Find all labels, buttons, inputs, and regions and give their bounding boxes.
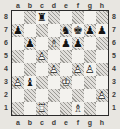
square-e6[interactable]: ♟ [60, 37, 72, 50]
file-label-e-bottom: e [60, 118, 72, 127]
rank-label-5-right: 5 [109, 49, 119, 62]
square-b8[interactable] [24, 11, 36, 24]
rank-labels-right: 87654321 [109, 10, 119, 116]
square-h4[interactable] [96, 63, 108, 76]
square-a4[interactable] [12, 63, 24, 76]
black-pawn: ♟ [97, 24, 107, 37]
rank-label-2-left: 2 [1, 88, 11, 101]
square-a6[interactable] [12, 37, 24, 50]
square-a5[interactable] [12, 50, 24, 63]
file-label-d-bottom: d [48, 118, 60, 127]
square-b1[interactable] [24, 102, 36, 115]
file-label-a-bottom: a [12, 118, 24, 127]
corner-spacer [108, 1, 118, 10]
black-pawn: ♟ [73, 37, 83, 50]
black-king: ♚ [73, 24, 83, 37]
rank-label-8-left: 8 [1, 10, 11, 23]
file-label-f-top: f [72, 1, 84, 10]
square-e7[interactable]: ♞ [60, 24, 72, 37]
white-pawn: ♟♙ [85, 63, 95, 76]
white-pawn: ♟♙ [37, 50, 47, 63]
rank-label-7-left: 7 [1, 23, 11, 36]
corner-spacer [2, 1, 12, 10]
black-bishop: ♝ [25, 76, 35, 89]
file-label-e-top: e [60, 1, 72, 10]
black-pawn: ♟ [61, 37, 71, 50]
rank-label-6-right: 6 [109, 36, 119, 49]
rank-label-8-right: 8 [109, 10, 119, 23]
black-pawn: ♟ [85, 24, 95, 37]
file-label-g-bottom: g [84, 118, 96, 127]
square-g8[interactable] [84, 11, 96, 24]
rank-label-3-left: 3 [1, 75, 11, 88]
square-c5[interactable]: ♟♙ [36, 50, 48, 63]
rank-label-6-left: 6 [1, 36, 11, 49]
square-f4[interactable]: ♟♙ [72, 63, 84, 76]
square-h5[interactable] [96, 50, 108, 63]
square-e4[interactable] [60, 63, 72, 76]
square-c2[interactable] [36, 89, 48, 102]
square-e3[interactable]: ♚♔ [60, 76, 72, 89]
square-g2[interactable] [84, 89, 96, 102]
square-d1[interactable] [48, 102, 60, 115]
corner-spacer [108, 116, 118, 128]
square-h2[interactable]: ♟♙ [96, 89, 108, 102]
white-bishop: ♝♗ [49, 37, 59, 50]
square-c6[interactable] [36, 37, 48, 50]
chess-diagram: abcdefgh 87654321 ♜♟♞♚♟♟♟♝♗♟♟♟♙♟♙♟♙♟♙♟♙♝… [1, 0, 119, 128]
white-pawn: ♟♙ [73, 63, 83, 76]
file-labels-top: abcdefgh [2, 1, 118, 10]
square-f1[interactable]: ♝♗ [72, 102, 84, 115]
white-pawn: ♟♙ [49, 63, 59, 76]
square-d2[interactable] [48, 89, 60, 102]
file-label-h-top: h [96, 1, 108, 10]
file-label-h-bottom: h [96, 118, 108, 127]
black-knight: ♞ [61, 24, 71, 37]
file-label-b-bottom: b [24, 118, 36, 127]
rank-label-4-right: 4 [109, 62, 119, 75]
square-a8[interactable] [12, 11, 24, 24]
white-pawn: ♟♙ [97, 89, 107, 102]
file-labels-bottom: abcdefgh [2, 116, 118, 128]
rank-label-2-right: 2 [109, 88, 119, 101]
square-c3[interactable] [36, 76, 48, 89]
rank-label-1-right: 1 [109, 101, 119, 114]
square-e1[interactable] [60, 102, 72, 115]
rank-label-5-left: 5 [1, 49, 11, 62]
chess-board: ♜♟♞♚♟♟♟♝♗♟♟♟♙♟♙♟♙♟♙♟♙♝♚♔♟♙♜♖♝♗ [11, 10, 109, 116]
square-d3[interactable] [48, 76, 60, 89]
square-b6[interactable]: ♟ [24, 37, 36, 50]
square-e8[interactable] [60, 11, 72, 24]
white-pawn: ♟♙ [13, 76, 23, 89]
corner-spacer [2, 116, 12, 128]
square-d7[interactable] [48, 24, 60, 37]
square-d6[interactable]: ♝♗ [48, 37, 60, 50]
white-bishop: ♝♗ [73, 102, 83, 115]
rank-labels-left: 87654321 [1, 10, 11, 116]
square-g7[interactable]: ♟ [84, 24, 96, 37]
rank-label-3-right: 3 [109, 75, 119, 88]
square-c7[interactable] [36, 24, 48, 37]
file-label-c-top: c [36, 1, 48, 10]
square-b4[interactable] [24, 63, 36, 76]
square-h8[interactable] [96, 11, 108, 24]
square-b7[interactable] [24, 24, 36, 37]
file-label-a-top: a [12, 1, 24, 10]
black-pawn: ♟ [25, 37, 35, 50]
square-f7[interactable]: ♚ [72, 24, 84, 37]
square-g5[interactable] [84, 50, 96, 63]
file-label-c-bottom: c [36, 118, 48, 127]
square-h7[interactable]: ♟ [96, 24, 108, 37]
black-pawn: ♟ [13, 24, 23, 37]
square-h6[interactable] [96, 37, 108, 50]
square-d5[interactable] [48, 50, 60, 63]
square-a3[interactable]: ♟♙ [12, 76, 24, 89]
square-b3[interactable]: ♝ [24, 76, 36, 89]
square-d4[interactable]: ♟♙ [48, 63, 60, 76]
square-f8[interactable] [72, 11, 84, 24]
square-g3[interactable] [84, 76, 96, 89]
square-b5[interactable] [24, 50, 36, 63]
square-c8[interactable]: ♜ [36, 11, 48, 24]
board-middle-band: 87654321 ♜♟♞♚♟♟♟♝♗♟♟♟♙♟♙♟♙♟♙♟♙♝♚♔♟♙♜♖♝♗ … [1, 10, 119, 116]
file-label-d-top: d [48, 1, 60, 10]
square-g1[interactable] [84, 102, 96, 115]
square-e2[interactable] [60, 89, 72, 102]
white-rook: ♜♖ [37, 102, 47, 115]
square-a7[interactable]: ♟ [12, 24, 24, 37]
square-h1[interactable] [96, 102, 108, 115]
square-a1[interactable] [12, 102, 24, 115]
square-c1[interactable]: ♜♖ [36, 102, 48, 115]
square-f6[interactable]: ♟ [72, 37, 84, 50]
white-king: ♚♔ [61, 76, 71, 89]
square-d8[interactable] [48, 11, 60, 24]
square-f5[interactable] [72, 50, 84, 63]
square-f2[interactable] [72, 89, 84, 102]
rank-label-4-left: 4 [1, 62, 11, 75]
square-a2[interactable] [12, 89, 24, 102]
file-label-b-top: b [24, 1, 36, 10]
square-c4[interactable] [36, 63, 48, 76]
file-label-g-top: g [84, 1, 96, 10]
square-f3[interactable] [72, 76, 84, 89]
rank-label-1-left: 1 [1, 101, 11, 114]
file-label-f-bottom: f [72, 118, 84, 127]
square-b2[interactable] [24, 89, 36, 102]
square-h3[interactable] [96, 76, 108, 89]
square-g4[interactable]: ♟♙ [84, 63, 96, 76]
square-e5[interactable] [60, 50, 72, 63]
square-g6[interactable] [84, 37, 96, 50]
rank-label-7-right: 7 [109, 23, 119, 36]
black-rook: ♜ [37, 11, 47, 24]
